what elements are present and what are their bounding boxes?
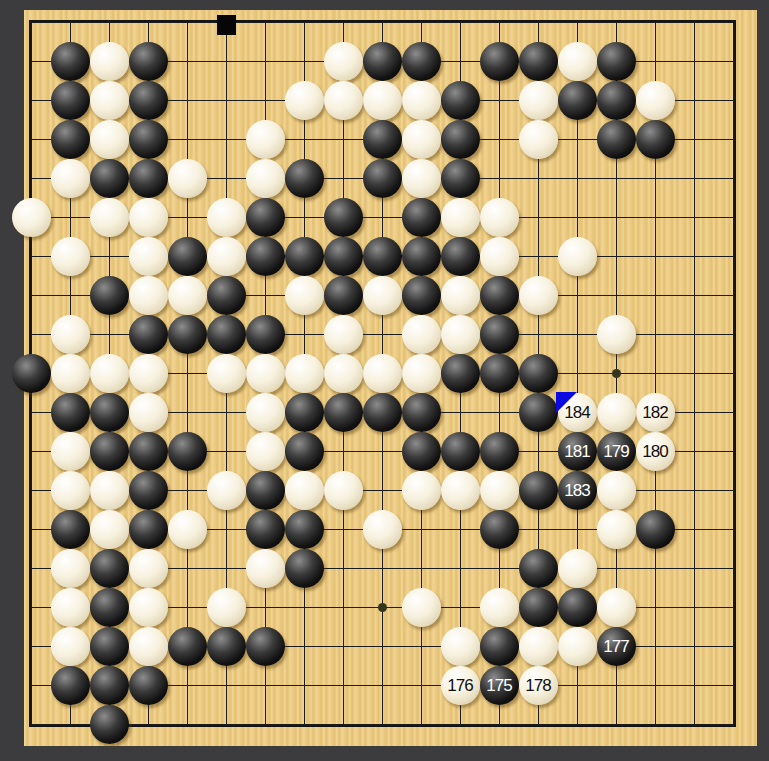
stone-white[interactable] bbox=[441, 276, 480, 315]
stone-white[interactable] bbox=[90, 471, 129, 510]
stone-black[interactable] bbox=[597, 81, 636, 120]
triangle-marker bbox=[556, 392, 577, 413]
stone-black[interactable] bbox=[51, 666, 90, 705]
stone-black[interactable] bbox=[402, 432, 441, 471]
move-number-label: 183 bbox=[564, 471, 589, 510]
stone-white[interactable] bbox=[90, 354, 129, 393]
stone-white[interactable] bbox=[207, 588, 246, 627]
stone-white[interactable] bbox=[519, 120, 558, 159]
stone-white[interactable] bbox=[207, 471, 246, 510]
stone-white[interactable] bbox=[597, 588, 636, 627]
stone-black[interactable] bbox=[324, 198, 363, 237]
stone-black[interactable] bbox=[51, 42, 90, 81]
stone-white[interactable] bbox=[324, 81, 363, 120]
stone-black[interactable] bbox=[285, 510, 324, 549]
stone-black[interactable]: 181 bbox=[558, 432, 597, 471]
stone-white[interactable] bbox=[324, 471, 363, 510]
stone-black[interactable] bbox=[480, 510, 519, 549]
move-number-label: 181 bbox=[564, 432, 589, 471]
stone-white[interactable]: 178 bbox=[519, 666, 558, 705]
stone-black[interactable] bbox=[168, 627, 207, 666]
stone-white[interactable] bbox=[168, 159, 207, 198]
stone-black[interactable] bbox=[519, 588, 558, 627]
hoshi-dot bbox=[612, 369, 621, 378]
stone-black[interactable] bbox=[90, 432, 129, 471]
stone-black[interactable]: 183 bbox=[558, 471, 597, 510]
stone-white[interactable] bbox=[402, 471, 441, 510]
stone-black[interactable] bbox=[129, 471, 168, 510]
stone-black[interactable] bbox=[324, 237, 363, 276]
stone-black[interactable] bbox=[51, 393, 90, 432]
stone-black[interactable] bbox=[324, 276, 363, 315]
stone-white[interactable] bbox=[285, 354, 324, 393]
stone-white[interactable] bbox=[246, 549, 285, 588]
stone-white[interactable] bbox=[51, 471, 90, 510]
stone-black[interactable] bbox=[441, 81, 480, 120]
stone-black[interactable]: 179 bbox=[597, 432, 636, 471]
stone-black[interactable] bbox=[363, 159, 402, 198]
stone-white[interactable] bbox=[51, 549, 90, 588]
stone-black[interactable] bbox=[402, 237, 441, 276]
stone-white[interactable] bbox=[324, 315, 363, 354]
stone-black[interactable] bbox=[129, 510, 168, 549]
stone-white[interactable] bbox=[246, 432, 285, 471]
stone-black[interactable] bbox=[246, 471, 285, 510]
stone-black[interactable] bbox=[246, 198, 285, 237]
stone-black[interactable] bbox=[90, 627, 129, 666]
stone-white[interactable] bbox=[558, 237, 597, 276]
stone-black[interactable] bbox=[285, 432, 324, 471]
stone-black[interactable] bbox=[402, 393, 441, 432]
stone-white[interactable] bbox=[441, 471, 480, 510]
stone-white[interactable] bbox=[363, 81, 402, 120]
stone-black[interactable] bbox=[129, 159, 168, 198]
stone-black[interactable] bbox=[441, 159, 480, 198]
stone-black[interactable]: 175 bbox=[480, 666, 519, 705]
stone-white[interactable] bbox=[285, 81, 324, 120]
stone-white[interactable] bbox=[597, 471, 636, 510]
stone-white[interactable] bbox=[207, 237, 246, 276]
stone-black[interactable] bbox=[207, 315, 246, 354]
stone-black[interactable] bbox=[168, 237, 207, 276]
stone-black[interactable] bbox=[285, 393, 324, 432]
stone-white[interactable] bbox=[246, 393, 285, 432]
stone-white[interactable] bbox=[129, 198, 168, 237]
stone-white[interactable] bbox=[129, 237, 168, 276]
stone-white[interactable] bbox=[51, 159, 90, 198]
stone-black[interactable] bbox=[51, 510, 90, 549]
stone-black[interactable] bbox=[558, 81, 597, 120]
stone-white[interactable] bbox=[597, 393, 636, 432]
stone-white[interactable]: 176 bbox=[441, 666, 480, 705]
stone-white[interactable] bbox=[480, 588, 519, 627]
stone-black[interactable] bbox=[51, 120, 90, 159]
stone-white[interactable] bbox=[597, 315, 636, 354]
stone-white[interactable] bbox=[168, 510, 207, 549]
stone-black[interactable] bbox=[441, 354, 480, 393]
stone-black[interactable] bbox=[90, 393, 129, 432]
stone-black[interactable] bbox=[246, 315, 285, 354]
stone-white[interactable] bbox=[402, 81, 441, 120]
stone-white[interactable] bbox=[441, 198, 480, 237]
stone-black[interactable] bbox=[363, 393, 402, 432]
stone-black[interactable] bbox=[90, 588, 129, 627]
stone-black[interactable] bbox=[90, 549, 129, 588]
stone-white[interactable] bbox=[207, 198, 246, 237]
stone-white[interactable] bbox=[324, 354, 363, 393]
stone-black[interactable] bbox=[129, 315, 168, 354]
stone-black[interactable] bbox=[129, 666, 168, 705]
stone-black[interactable] bbox=[129, 120, 168, 159]
stone-black[interactable] bbox=[402, 276, 441, 315]
stone-white[interactable] bbox=[129, 276, 168, 315]
stone-white[interactable] bbox=[285, 471, 324, 510]
stone-black[interactable] bbox=[597, 120, 636, 159]
stone-black[interactable] bbox=[558, 588, 597, 627]
stone-black[interactable] bbox=[363, 42, 402, 81]
stone-white[interactable] bbox=[285, 276, 324, 315]
stone-black[interactable] bbox=[519, 393, 558, 432]
stone-white[interactable] bbox=[51, 432, 90, 471]
move-number-label: 178 bbox=[525, 666, 550, 705]
stone-black[interactable] bbox=[246, 237, 285, 276]
stone-black[interactable] bbox=[441, 432, 480, 471]
stone-white[interactable] bbox=[51, 315, 90, 354]
stone-black[interactable] bbox=[285, 237, 324, 276]
stone-black[interactable] bbox=[246, 510, 285, 549]
stone-black[interactable] bbox=[285, 159, 324, 198]
stone-black[interactable] bbox=[12, 354, 51, 393]
stone-black[interactable] bbox=[519, 42, 558, 81]
stone-black[interactable] bbox=[90, 666, 129, 705]
stone-white[interactable] bbox=[402, 120, 441, 159]
stone-white[interactable] bbox=[129, 549, 168, 588]
stone-white[interactable] bbox=[129, 354, 168, 393]
stone-white[interactable] bbox=[402, 315, 441, 354]
stone-white[interactable] bbox=[51, 627, 90, 666]
stone-black[interactable] bbox=[402, 198, 441, 237]
stone-black[interactable] bbox=[519, 354, 558, 393]
stone-white[interactable] bbox=[168, 276, 207, 315]
stone-black[interactable] bbox=[480, 627, 519, 666]
stone-white[interactable] bbox=[90, 510, 129, 549]
stone-black[interactable]: 177 bbox=[597, 627, 636, 666]
stone-white[interactable] bbox=[324, 42, 363, 81]
stone-white[interactable]: 182 bbox=[636, 393, 675, 432]
stone-black[interactable] bbox=[129, 42, 168, 81]
stone-black[interactable] bbox=[363, 120, 402, 159]
move-number-label: 182 bbox=[642, 393, 667, 432]
stone-white[interactable] bbox=[519, 276, 558, 315]
stone-black[interactable] bbox=[480, 354, 519, 393]
stone-black[interactable] bbox=[90, 159, 129, 198]
stone-white[interactable] bbox=[207, 354, 246, 393]
stone-white[interactable] bbox=[441, 315, 480, 354]
stone-black[interactable] bbox=[129, 432, 168, 471]
stone-white[interactable] bbox=[402, 159, 441, 198]
stone-black[interactable] bbox=[441, 237, 480, 276]
stone-black[interactable] bbox=[597, 42, 636, 81]
stone-white[interactable] bbox=[597, 510, 636, 549]
stone-white[interactable] bbox=[246, 354, 285, 393]
stone-white[interactable] bbox=[480, 237, 519, 276]
stone-black[interactable] bbox=[51, 81, 90, 120]
stone-black[interactable] bbox=[441, 120, 480, 159]
stone-black[interactable] bbox=[636, 510, 675, 549]
stone-black[interactable] bbox=[402, 42, 441, 81]
stone-white[interactable] bbox=[480, 471, 519, 510]
stone-black[interactable] bbox=[480, 276, 519, 315]
stone-white[interactable] bbox=[558, 627, 597, 666]
stone-white[interactable] bbox=[51, 354, 90, 393]
square-marker bbox=[217, 15, 236, 35]
stone-white[interactable] bbox=[363, 354, 402, 393]
stone-black[interactable] bbox=[636, 120, 675, 159]
stone-black[interactable] bbox=[480, 42, 519, 81]
stone-black[interactable] bbox=[324, 393, 363, 432]
stone-white[interactable] bbox=[441, 627, 480, 666]
stone-white[interactable] bbox=[519, 627, 558, 666]
stone-white[interactable] bbox=[402, 588, 441, 627]
move-number-label: 180 bbox=[642, 432, 667, 471]
stone-black[interactable] bbox=[207, 276, 246, 315]
stone-white[interactable] bbox=[519, 81, 558, 120]
stone-black[interactable] bbox=[90, 276, 129, 315]
stone-white[interactable] bbox=[129, 588, 168, 627]
stone-white[interactable] bbox=[129, 627, 168, 666]
move-number-label: 177 bbox=[603, 627, 628, 666]
stone-black[interactable] bbox=[129, 81, 168, 120]
stone-black[interactable] bbox=[480, 315, 519, 354]
stone-black[interactable] bbox=[519, 549, 558, 588]
stone-white[interactable] bbox=[480, 198, 519, 237]
stone-black[interactable] bbox=[519, 471, 558, 510]
stone-black[interactable] bbox=[246, 627, 285, 666]
stone-white[interactable] bbox=[51, 588, 90, 627]
stone-white[interactable] bbox=[129, 393, 168, 432]
move-number-label: 176 bbox=[447, 666, 472, 705]
move-number-label: 179 bbox=[603, 432, 628, 471]
stone-black[interactable] bbox=[363, 237, 402, 276]
stone-white[interactable] bbox=[402, 354, 441, 393]
move-number-label: 175 bbox=[486, 666, 511, 705]
stone-black[interactable] bbox=[168, 432, 207, 471]
stone-white[interactable]: 180 bbox=[636, 432, 675, 471]
stone-black[interactable] bbox=[90, 705, 129, 744]
stone-black[interactable] bbox=[480, 432, 519, 471]
stone-white[interactable] bbox=[90, 81, 129, 120]
stone-white[interactable] bbox=[90, 198, 129, 237]
stone-white[interactable] bbox=[558, 549, 597, 588]
stone-white[interactable] bbox=[636, 81, 675, 120]
stone-white[interactable] bbox=[90, 42, 129, 81]
stone-black[interactable] bbox=[285, 549, 324, 588]
stone-white[interactable] bbox=[12, 198, 51, 237]
stone-white[interactable] bbox=[246, 159, 285, 198]
stone-white[interactable] bbox=[558, 42, 597, 81]
stone-black[interactable] bbox=[168, 315, 207, 354]
stone-white[interactable] bbox=[90, 120, 129, 159]
stone-white[interactable] bbox=[51, 237, 90, 276]
stone-white[interactable] bbox=[246, 120, 285, 159]
stone-white[interactable] bbox=[363, 276, 402, 315]
stone-black[interactable] bbox=[207, 627, 246, 666]
stone-white[interactable] bbox=[363, 510, 402, 549]
hoshi-dot bbox=[378, 603, 387, 612]
app-frame: 184182181179180183177176175178 bbox=[0, 0, 769, 761]
